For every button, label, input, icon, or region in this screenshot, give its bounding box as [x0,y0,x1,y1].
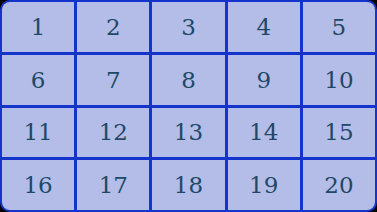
grid-cell-9: 9 [228,55,300,105]
grid-cell-3: 3 [152,2,224,52]
grid-cell-18: 18 [152,160,224,210]
grid-cell-12: 12 [77,108,149,158]
grid-cell-4: 4 [228,2,300,52]
grid-cell-5: 5 [303,2,375,52]
grid-cell-17: 17 [77,160,149,210]
grid-cell-14: 14 [228,108,300,158]
grid-cell-11: 11 [2,108,74,158]
grid-cell-1: 1 [2,2,74,52]
grid-cell-16: 16 [2,160,74,210]
number-grid: 1234567891011121314151617181920 [0,0,377,212]
grid-cell-13: 13 [152,108,224,158]
grid-cell-8: 8 [152,55,224,105]
grid-cell-6: 6 [2,55,74,105]
grid-cell-15: 15 [303,108,375,158]
grid-cell-2: 2 [77,2,149,52]
grid-cell-19: 19 [228,160,300,210]
grid-cell-7: 7 [77,55,149,105]
grid-cell-20: 20 [303,160,375,210]
grid-cell-10: 10 [303,55,375,105]
